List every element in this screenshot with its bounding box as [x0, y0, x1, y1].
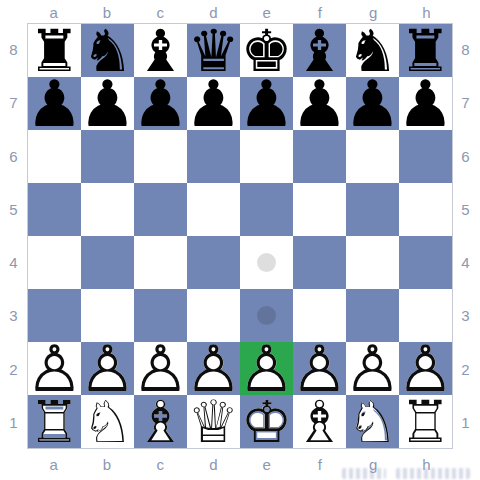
- square-d1[interactable]: ♛♕: [187, 395, 240, 448]
- piece-white-knight[interactable]: ♞♘: [346, 395, 399, 448]
- square-d4[interactable]: [187, 236, 240, 289]
- move-hint-dot-e3[interactable]: [257, 306, 276, 325]
- rank-label-7: 7: [0, 76, 27, 129]
- piece-black-pawn[interactable]: ♟: [346, 77, 399, 130]
- square-e6[interactable]: [240, 130, 293, 183]
- piece-white-king[interactable]: ♚♔: [240, 395, 293, 448]
- piece-glyph: ♟: [134, 77, 187, 130]
- piece-black-pawn[interactable]: ♟: [187, 77, 240, 130]
- square-e4[interactable]: [240, 236, 293, 289]
- piece-black-pawn[interactable]: ♟: [293, 77, 346, 130]
- square-d6[interactable]: [187, 130, 240, 183]
- square-e5[interactable]: [240, 183, 293, 236]
- rank-label-8: 8: [0, 23, 27, 76]
- piece-black-pawn[interactable]: ♟: [134, 77, 187, 130]
- square-c1[interactable]: ♝♗: [134, 395, 187, 448]
- rank-label-5: 5: [0, 183, 27, 236]
- rank-label-1: 1: [0, 396, 27, 449]
- piece-black-pawn[interactable]: ♟: [81, 77, 134, 130]
- rank-label-3: 3: [451, 289, 480, 342]
- square-c7[interactable]: ♟: [134, 77, 187, 130]
- piece-glyph: ♟: [81, 77, 134, 130]
- piece-glyph: ♟: [399, 77, 452, 130]
- rank-label-2: 2: [0, 343, 27, 396]
- piece-glyph: ♟: [346, 77, 399, 130]
- watermark-smudge: [396, 468, 470, 479]
- square-f4[interactable]: [293, 236, 346, 289]
- piece-black-pawn[interactable]: ♟: [240, 77, 293, 130]
- rank-label-2: 2: [451, 343, 480, 396]
- square-f6[interactable]: [293, 130, 346, 183]
- square-f5[interactable]: [293, 183, 346, 236]
- square-e1[interactable]: ♚♔: [240, 395, 293, 448]
- piece-outline: ♘: [81, 395, 134, 448]
- piece-white-bishop[interactable]: ♝♗: [293, 395, 346, 448]
- piece-white-bishop[interactable]: ♝♗: [134, 395, 187, 448]
- square-d7[interactable]: ♟: [187, 77, 240, 130]
- square-e7[interactable]: ♟: [240, 77, 293, 130]
- rank-label-7: 7: [451, 76, 480, 129]
- square-g1[interactable]: ♞♘: [346, 395, 399, 448]
- piece-white-knight[interactable]: ♞♘: [81, 395, 134, 448]
- piece-glyph: ♟: [240, 77, 293, 130]
- square-b6[interactable]: [81, 130, 134, 183]
- rank-labels-left: 87654321: [0, 23, 27, 449]
- piece-outline: ♖: [28, 395, 81, 448]
- chess-board: ♜♞♝♛♚♝♞♜♟♟♟♟♟♟♟♟♟♙♟♙♟♙♟♙♟♙♟♙♟♙♟♙♜♖♞♘♝♗♛♕…: [27, 23, 453, 449]
- piece-outline: ♖: [399, 395, 452, 448]
- square-g7[interactable]: ♟: [346, 77, 399, 130]
- square-c5[interactable]: [134, 183, 187, 236]
- watermark-smudge: [342, 468, 386, 479]
- square-a4[interactable]: [28, 236, 81, 289]
- rank-label-6: 6: [451, 130, 480, 183]
- rank-label-8: 8: [451, 23, 480, 76]
- square-h1[interactable]: ♜♖: [399, 395, 452, 448]
- square-b4[interactable]: [81, 236, 134, 289]
- rank-label-4: 4: [0, 236, 27, 289]
- watermark: [342, 468, 470, 479]
- rank-label-4: 4: [451, 236, 480, 289]
- square-a5[interactable]: [28, 183, 81, 236]
- square-a7[interactable]: ♟: [28, 77, 81, 130]
- square-b1[interactable]: ♞♘: [81, 395, 134, 448]
- rank-label-1: 1: [451, 396, 480, 449]
- piece-outline: ♗: [293, 395, 346, 448]
- piece-glyph: ♟: [187, 77, 240, 130]
- square-a1[interactable]: ♜♖: [28, 395, 81, 448]
- square-c4[interactable]: [134, 236, 187, 289]
- piece-white-queen[interactable]: ♛♕: [187, 395, 240, 448]
- square-g5[interactable]: [346, 183, 399, 236]
- square-f1[interactable]: ♝♗: [293, 395, 346, 448]
- move-hint-dot-e4[interactable]: [257, 253, 276, 272]
- square-g4[interactable]: [346, 236, 399, 289]
- square-h4[interactable]: [399, 236, 452, 289]
- piece-outline: ♔: [240, 395, 293, 448]
- square-d5[interactable]: [187, 183, 240, 236]
- piece-outline: ♘: [346, 395, 399, 448]
- rank-label-3: 3: [0, 289, 27, 342]
- square-b7[interactable]: ♟: [81, 77, 134, 130]
- square-h5[interactable]: [399, 183, 452, 236]
- piece-black-pawn[interactable]: ♟: [399, 77, 452, 130]
- piece-white-rook[interactable]: ♜♖: [399, 395, 452, 448]
- chess-app: abcdefgh 87654321 87654321 abcdefgh ♜♞♝♛…: [0, 0, 480, 480]
- square-c6[interactable]: [134, 130, 187, 183]
- piece-glyph: ♟: [293, 77, 346, 130]
- piece-outline: ♗: [134, 395, 187, 448]
- square-h6[interactable]: [399, 130, 452, 183]
- piece-outline: ♕: [187, 395, 240, 448]
- square-g6[interactable]: [346, 130, 399, 183]
- rank-label-6: 6: [0, 130, 27, 183]
- square-f7[interactable]: ♟: [293, 77, 346, 130]
- square-b5[interactable]: [81, 183, 134, 236]
- piece-glyph: ♟: [28, 77, 81, 130]
- rank-label-5: 5: [451, 183, 480, 236]
- square-a6[interactable]: [28, 130, 81, 183]
- square-h7[interactable]: ♟: [399, 77, 452, 130]
- piece-white-rook[interactable]: ♜♖: [28, 395, 81, 448]
- piece-black-pawn[interactable]: ♟: [28, 77, 81, 130]
- rank-labels-right: 87654321: [451, 23, 480, 449]
